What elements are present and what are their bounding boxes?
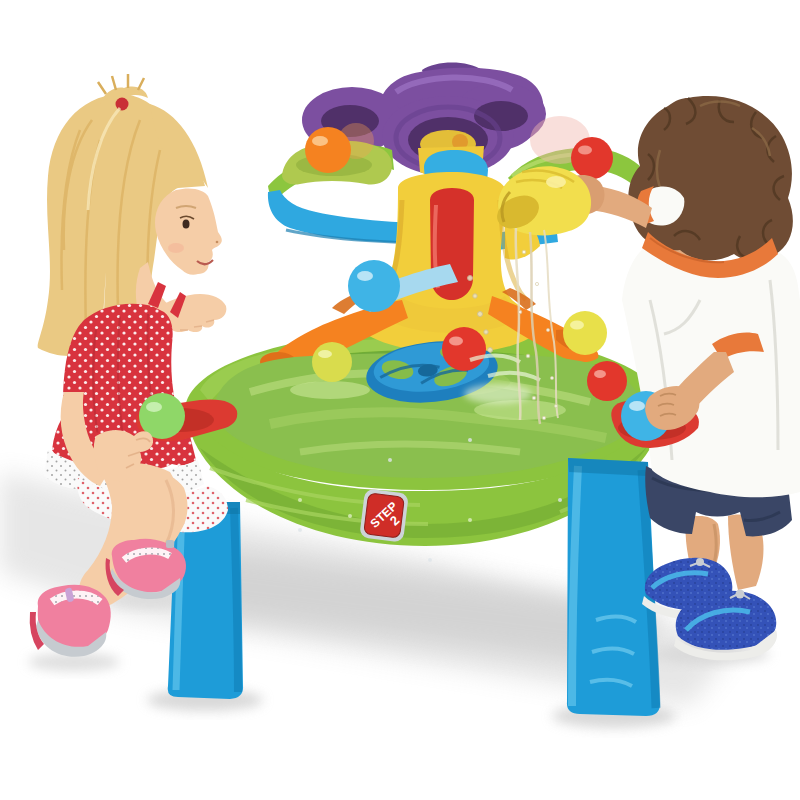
hair-tie [116,98,129,111]
ball-red-floating [587,361,627,401]
ball-on-wheel [442,327,486,371]
ball-yellow-green-floating [312,342,352,382]
girl-eye [183,220,190,229]
ball-on-ramp [348,260,400,312]
girl-back-shoe [106,539,187,599]
step2-badge: STEP 2 [359,489,411,543]
boy-hair [628,96,793,261]
product-photo: STEP 2 [0,0,800,800]
ball-yellow-on-ramp [563,311,607,355]
girl-front-shoe [30,585,111,657]
